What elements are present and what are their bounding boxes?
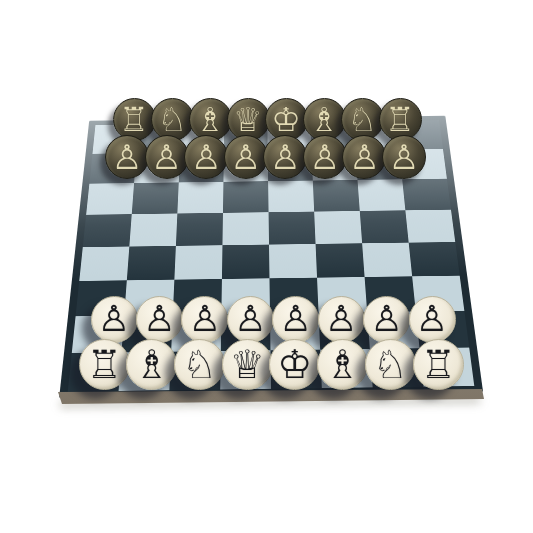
piece-white-rook-a1: ♖ bbox=[79, 339, 130, 390]
piece-black-pawn-d7: ♙ bbox=[224, 135, 268, 179]
white-king-icon: ♔ bbox=[277, 345, 312, 384]
black-rook-icon: ♖ bbox=[119, 103, 149, 136]
piece-white-pawn-b2: ♙ bbox=[136, 296, 183, 343]
white-pawn-icon: ♙ bbox=[98, 301, 130, 337]
white-rook-icon: ♖ bbox=[421, 345, 456, 384]
piece-black-queen-d8: ♕ bbox=[227, 98, 270, 141]
white-pawn-icon: ♙ bbox=[143, 301, 175, 337]
piece-black-pawn-e7: ♙ bbox=[263, 135, 307, 179]
piece-white-pawn-f2: ♙ bbox=[318, 296, 365, 343]
piece-white-pawn-d2: ♙ bbox=[227, 296, 274, 343]
black-pawn-icon: ♙ bbox=[349, 140, 379, 174]
white-pawn-icon: ♙ bbox=[416, 301, 448, 337]
piece-white-bishop-b1: ♗ bbox=[126, 339, 177, 390]
piece-white-pawn-g2: ♙ bbox=[363, 296, 410, 343]
white-bishop-icon: ♗ bbox=[134, 345, 169, 384]
white-rook-icon: ♖ bbox=[87, 345, 122, 384]
piece-white-pawn-a2: ♙ bbox=[91, 296, 138, 343]
white-pawn-icon: ♙ bbox=[325, 301, 357, 337]
piece-white-queen-d1: ♕ bbox=[222, 339, 273, 390]
white-queen-icon: ♕ bbox=[230, 345, 265, 384]
piece-black-rook-h8: ♖ bbox=[379, 98, 422, 141]
black-bishop-icon: ♗ bbox=[309, 103, 339, 136]
piece-white-pawn-h2: ♙ bbox=[409, 296, 456, 343]
piece-black-pawn-f7: ♙ bbox=[303, 135, 347, 179]
white-pawn-icon: ♙ bbox=[280, 301, 312, 337]
pieces-layer: ♖♘♗♕♔♗♘♖♙♙♙♙♙♙♙♙♙♙♙♙♙♙♙♙♖♗♘♕♔♗♘♖ bbox=[0, 0, 533, 533]
black-pawn-icon: ♙ bbox=[230, 140, 260, 174]
piece-white-king-e1: ♔ bbox=[269, 339, 320, 390]
piece-black-pawn-h7: ♙ bbox=[382, 135, 426, 179]
black-pawn-icon: ♙ bbox=[191, 140, 221, 174]
white-pawn-icon: ♙ bbox=[234, 301, 266, 337]
piece-black-pawn-b7: ♙ bbox=[145, 135, 189, 179]
piece-black-pawn-c7: ♙ bbox=[184, 135, 228, 179]
white-knight-icon: ♘ bbox=[182, 345, 217, 384]
white-pawn-icon: ♙ bbox=[370, 301, 402, 337]
piece-black-pawn-a7: ♙ bbox=[105, 135, 149, 179]
black-king-icon: ♔ bbox=[271, 103, 301, 136]
piece-black-pawn-g7: ♙ bbox=[342, 135, 386, 179]
piece-black-knight-b8: ♘ bbox=[151, 98, 194, 141]
black-pawn-icon: ♙ bbox=[389, 140, 419, 174]
chess-photo-scene: ♖♘♗♕♔♗♘♖♙♙♙♙♙♙♙♙♙♙♙♙♙♙♙♙♖♗♘♕♔♗♘♖ bbox=[0, 0, 533, 533]
black-queen-icon: ♕ bbox=[233, 103, 263, 136]
black-bishop-icon: ♗ bbox=[195, 103, 225, 136]
white-bishop-icon: ♗ bbox=[325, 345, 360, 384]
piece-black-rook-a8: ♖ bbox=[113, 98, 156, 141]
black-pawn-icon: ♙ bbox=[112, 140, 142, 174]
piece-black-bishop-c8: ♗ bbox=[189, 98, 232, 141]
piece-white-bishop-f1: ♗ bbox=[317, 339, 368, 390]
black-pawn-icon: ♙ bbox=[151, 140, 181, 174]
black-knight-icon: ♘ bbox=[157, 103, 187, 136]
black-knight-icon: ♘ bbox=[347, 103, 377, 136]
piece-white-rook-h1: ♖ bbox=[413, 339, 464, 390]
black-pawn-icon: ♙ bbox=[270, 140, 300, 174]
piece-white-pawn-e2: ♙ bbox=[272, 296, 319, 343]
black-rook-icon: ♖ bbox=[385, 103, 415, 136]
piece-white-knight-c1: ♘ bbox=[174, 339, 225, 390]
piece-white-knight-g1: ♘ bbox=[365, 339, 416, 390]
piece-white-pawn-c2: ♙ bbox=[181, 296, 228, 343]
white-knight-icon: ♘ bbox=[373, 345, 408, 384]
black-pawn-icon: ♙ bbox=[310, 140, 340, 174]
white-pawn-icon: ♙ bbox=[189, 301, 221, 337]
